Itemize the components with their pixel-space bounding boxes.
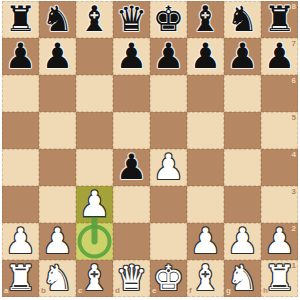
square-d3[interactable] [113,186,150,223]
white-rook[interactable]: ♜ [5,260,36,297]
white-pawn[interactable]: ♟ [42,223,73,260]
white-pawn[interactable]: ♟ [227,223,258,260]
square-h4[interactable]: 4 [261,149,298,186]
square-b5[interactable] [39,112,76,149]
square-e5[interactable] [150,112,187,149]
square-c8[interactable]: ♝ [76,1,113,38]
square-f5[interactable] [187,112,224,149]
white-knight[interactable]: ♞ [42,260,73,297]
black-rook[interactable]: ♜ [5,1,36,38]
square-d1[interactable]: ♛d [113,260,150,297]
rank-label-6: 6 [292,77,296,85]
square-g5[interactable] [224,112,261,149]
square-h2[interactable]: ♟2 [261,223,298,260]
square-d7[interactable]: ♟ [113,38,150,75]
white-bishop[interactable]: ♝ [79,260,110,297]
chess-board: ♜♞♝♛♚♝♞♜8♟♟♟♟♟♟♟765♟♟4♟3♟♟♟♟♟2♜a♞b♝c♛d♚e… [2,1,298,297]
square-a7[interactable]: ♟ [2,38,39,75]
black-pawn[interactable]: ♟ [5,38,36,75]
square-g4[interactable] [224,149,261,186]
square-e6[interactable] [150,75,187,112]
square-e3[interactable] [150,186,187,223]
black-pawn[interactable]: ♟ [116,149,147,186]
square-g7[interactable]: ♟ [224,38,261,75]
square-a2[interactable]: ♟ [2,223,39,260]
square-f6[interactable] [187,75,224,112]
rank-label-4: 4 [292,151,296,159]
square-e1[interactable]: ♚e [150,260,187,297]
square-c5[interactable] [76,112,113,149]
black-knight[interactable]: ♞ [227,1,258,38]
black-pawn[interactable]: ♟ [190,38,221,75]
square-b8[interactable]: ♞ [39,1,76,38]
square-f7[interactable]: ♟ [187,38,224,75]
square-f4[interactable] [187,149,224,186]
square-g6[interactable] [224,75,261,112]
black-pawn[interactable]: ♟ [116,38,147,75]
square-b3[interactable] [39,186,76,223]
black-knight[interactable]: ♞ [42,1,73,38]
board-grid: ♜♞♝♛♚♝♞♜8♟♟♟♟♟♟♟765♟♟4♟3♟♟♟♟♟2♜a♞b♝c♛d♚e… [2,1,298,297]
square-d2[interactable] [113,223,150,260]
square-b2[interactable]: ♟ [39,223,76,260]
square-a4[interactable] [2,149,39,186]
square-c2[interactable] [76,223,113,260]
square-a1[interactable]: ♜a [2,260,39,297]
square-d6[interactable] [113,75,150,112]
square-h5[interactable]: 5 [261,112,298,149]
white-bishop[interactable]: ♝ [190,260,221,297]
rank-label-5: 5 [292,114,296,122]
square-f1[interactable]: ♝f [187,260,224,297]
square-f3[interactable] [187,186,224,223]
square-e7[interactable]: ♟ [150,38,187,75]
square-f8[interactable]: ♝ [187,1,224,38]
white-rook[interactable]: ♜ [264,260,295,297]
black-pawn[interactable]: ♟ [227,38,258,75]
black-pawn[interactable]: ♟ [264,38,295,75]
square-h7[interactable]: ♟7 [261,38,298,75]
square-d4[interactable]: ♟ [113,149,150,186]
square-e2[interactable] [150,223,187,260]
square-e8[interactable]: ♚ [150,1,187,38]
black-queen[interactable]: ♛ [116,1,147,38]
white-pawn[interactable]: ♟ [79,186,110,223]
black-bishop[interactable]: ♝ [190,1,221,38]
square-c7[interactable] [76,38,113,75]
square-c6[interactable] [76,75,113,112]
square-a3[interactable] [2,186,39,223]
square-c1[interactable]: ♝c [76,260,113,297]
white-pawn[interactable]: ♟ [5,223,36,260]
square-a6[interactable] [2,75,39,112]
white-queen[interactable]: ♛ [116,260,147,297]
black-pawn[interactable]: ♟ [42,38,73,75]
black-pawn[interactable]: ♟ [153,38,184,75]
square-g8[interactable]: ♞ [224,1,261,38]
black-rook[interactable]: ♜ [264,1,295,38]
rank-label-3: 3 [292,188,296,196]
square-b1[interactable]: ♞b [39,260,76,297]
black-bishop[interactable]: ♝ [79,1,110,38]
square-d5[interactable] [113,112,150,149]
white-pawn[interactable]: ♟ [153,149,184,186]
square-a5[interactable] [2,112,39,149]
square-b7[interactable]: ♟ [39,38,76,75]
square-c3[interactable]: ♟ [76,186,113,223]
square-b6[interactable] [39,75,76,112]
square-g3[interactable] [224,186,261,223]
white-pawn[interactable]: ♟ [264,223,295,260]
square-c4[interactable] [76,149,113,186]
square-b4[interactable] [39,149,76,186]
square-f2[interactable]: ♟ [187,223,224,260]
square-g1[interactable]: ♞g [224,260,261,297]
white-pawn[interactable]: ♟ [190,223,221,260]
square-h6[interactable]: 6 [261,75,298,112]
square-d8[interactable]: ♛ [113,1,150,38]
square-h8[interactable]: ♜8 [261,1,298,38]
square-a8[interactable]: ♜ [2,1,39,38]
square-g2[interactable]: ♟ [224,223,261,260]
white-king[interactable]: ♚ [153,260,184,297]
square-h1[interactable]: ♜1h [261,260,298,297]
white-knight[interactable]: ♞ [227,260,258,297]
square-h3[interactable]: 3 [261,186,298,223]
black-king[interactable]: ♚ [153,1,184,38]
square-e4[interactable]: ♟ [150,149,187,186]
